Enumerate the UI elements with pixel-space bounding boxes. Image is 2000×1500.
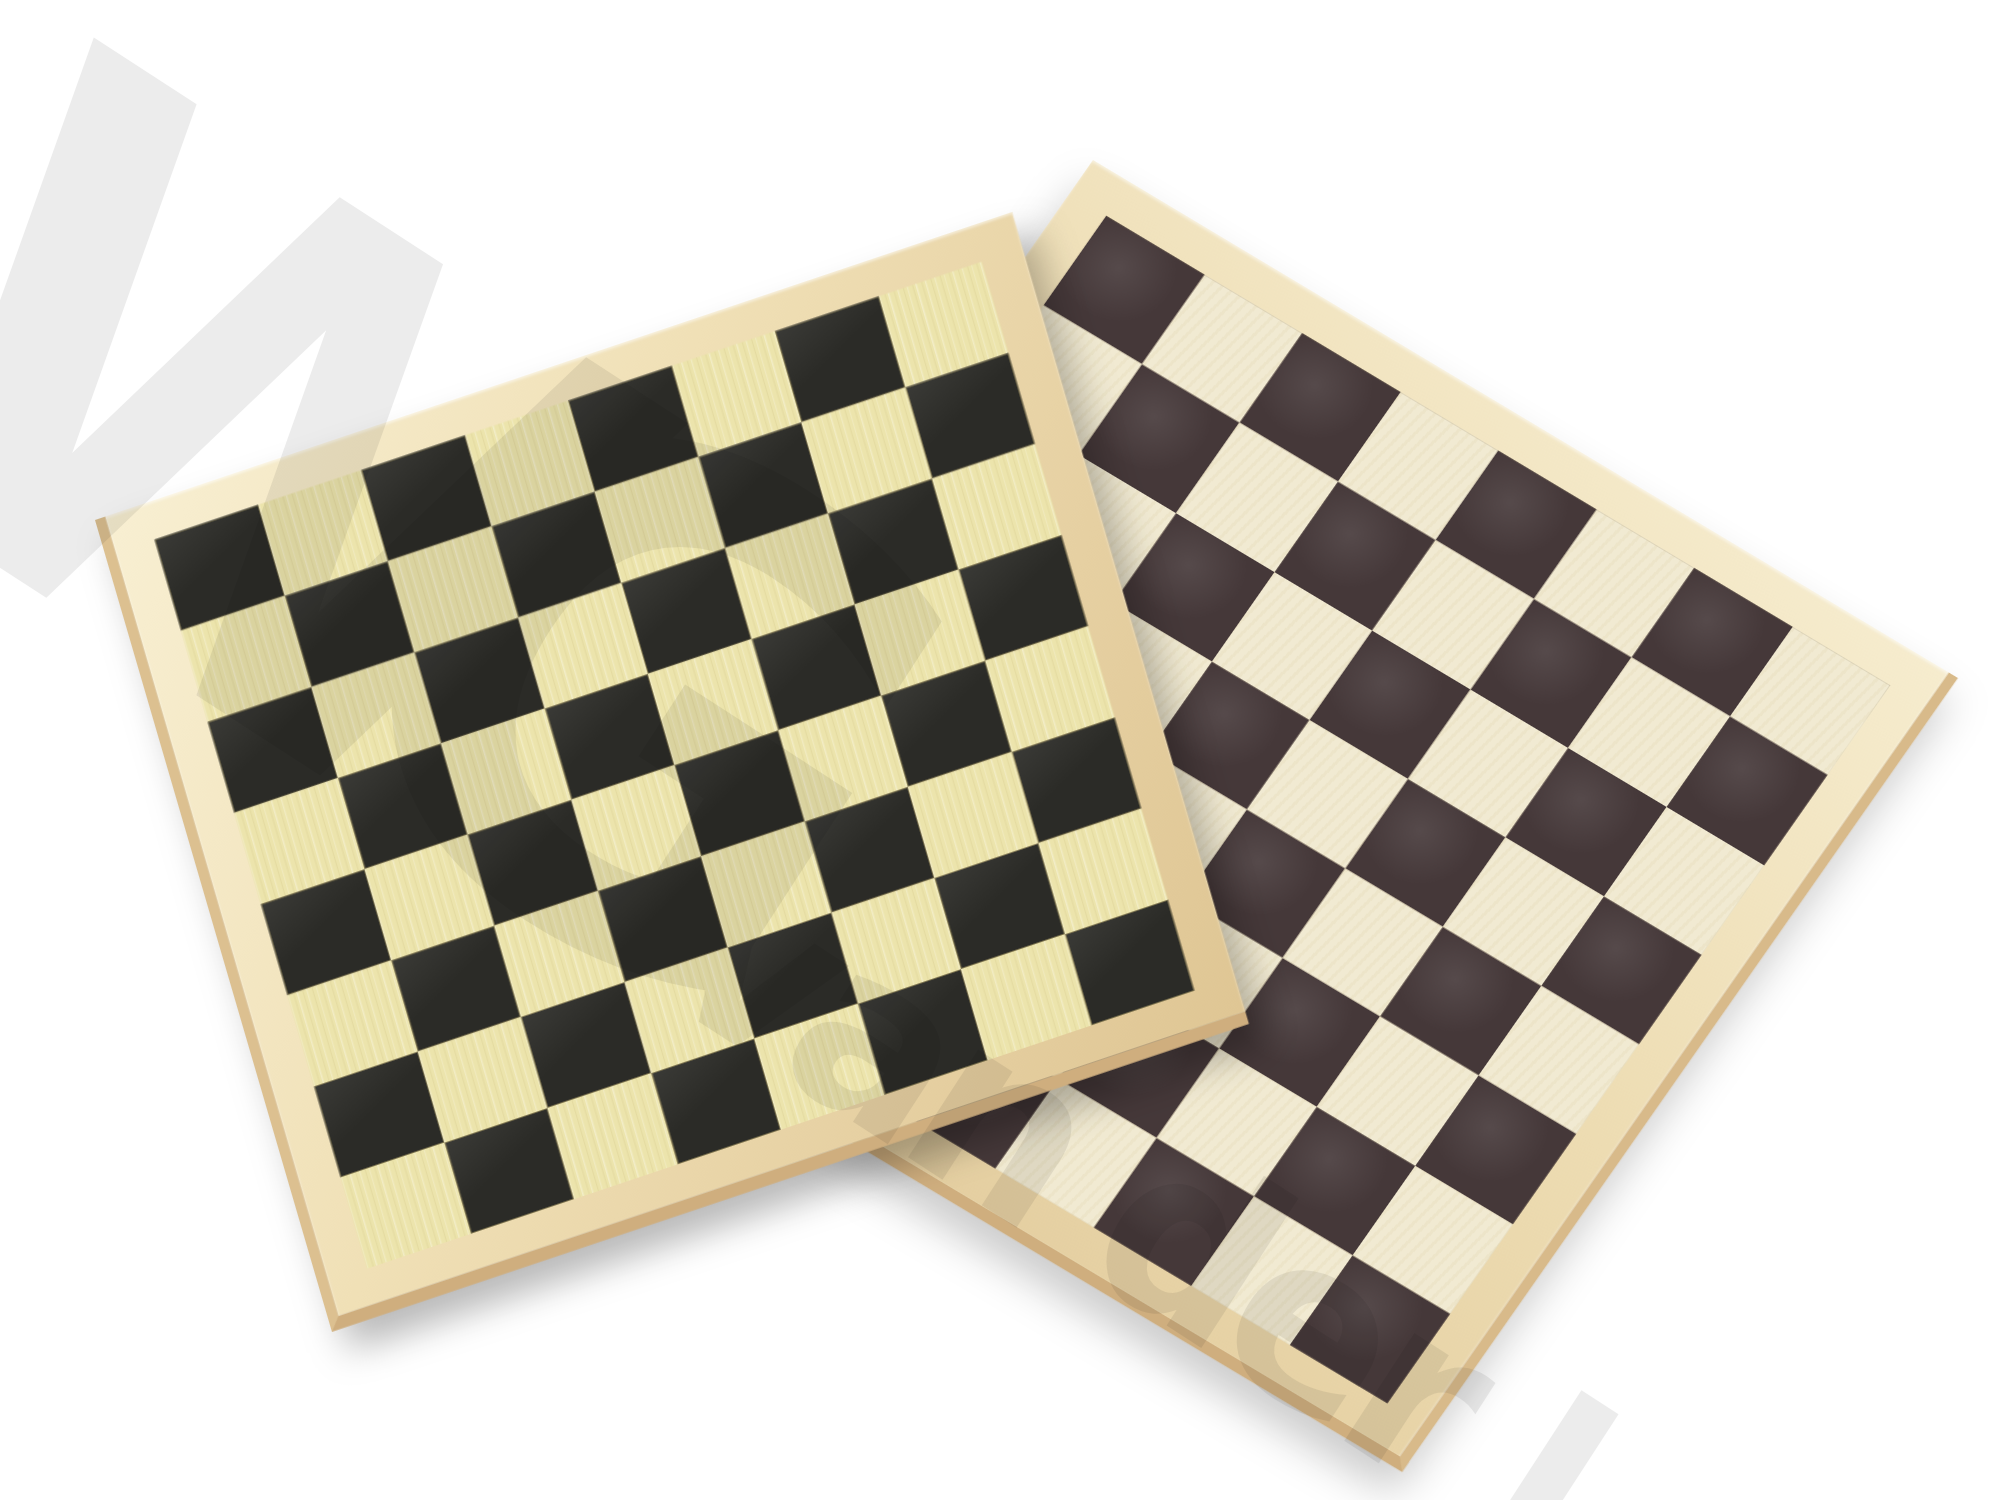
product-photo-background: { "game": "chess / draughts wooden board…: [0, 0, 2000, 1500]
